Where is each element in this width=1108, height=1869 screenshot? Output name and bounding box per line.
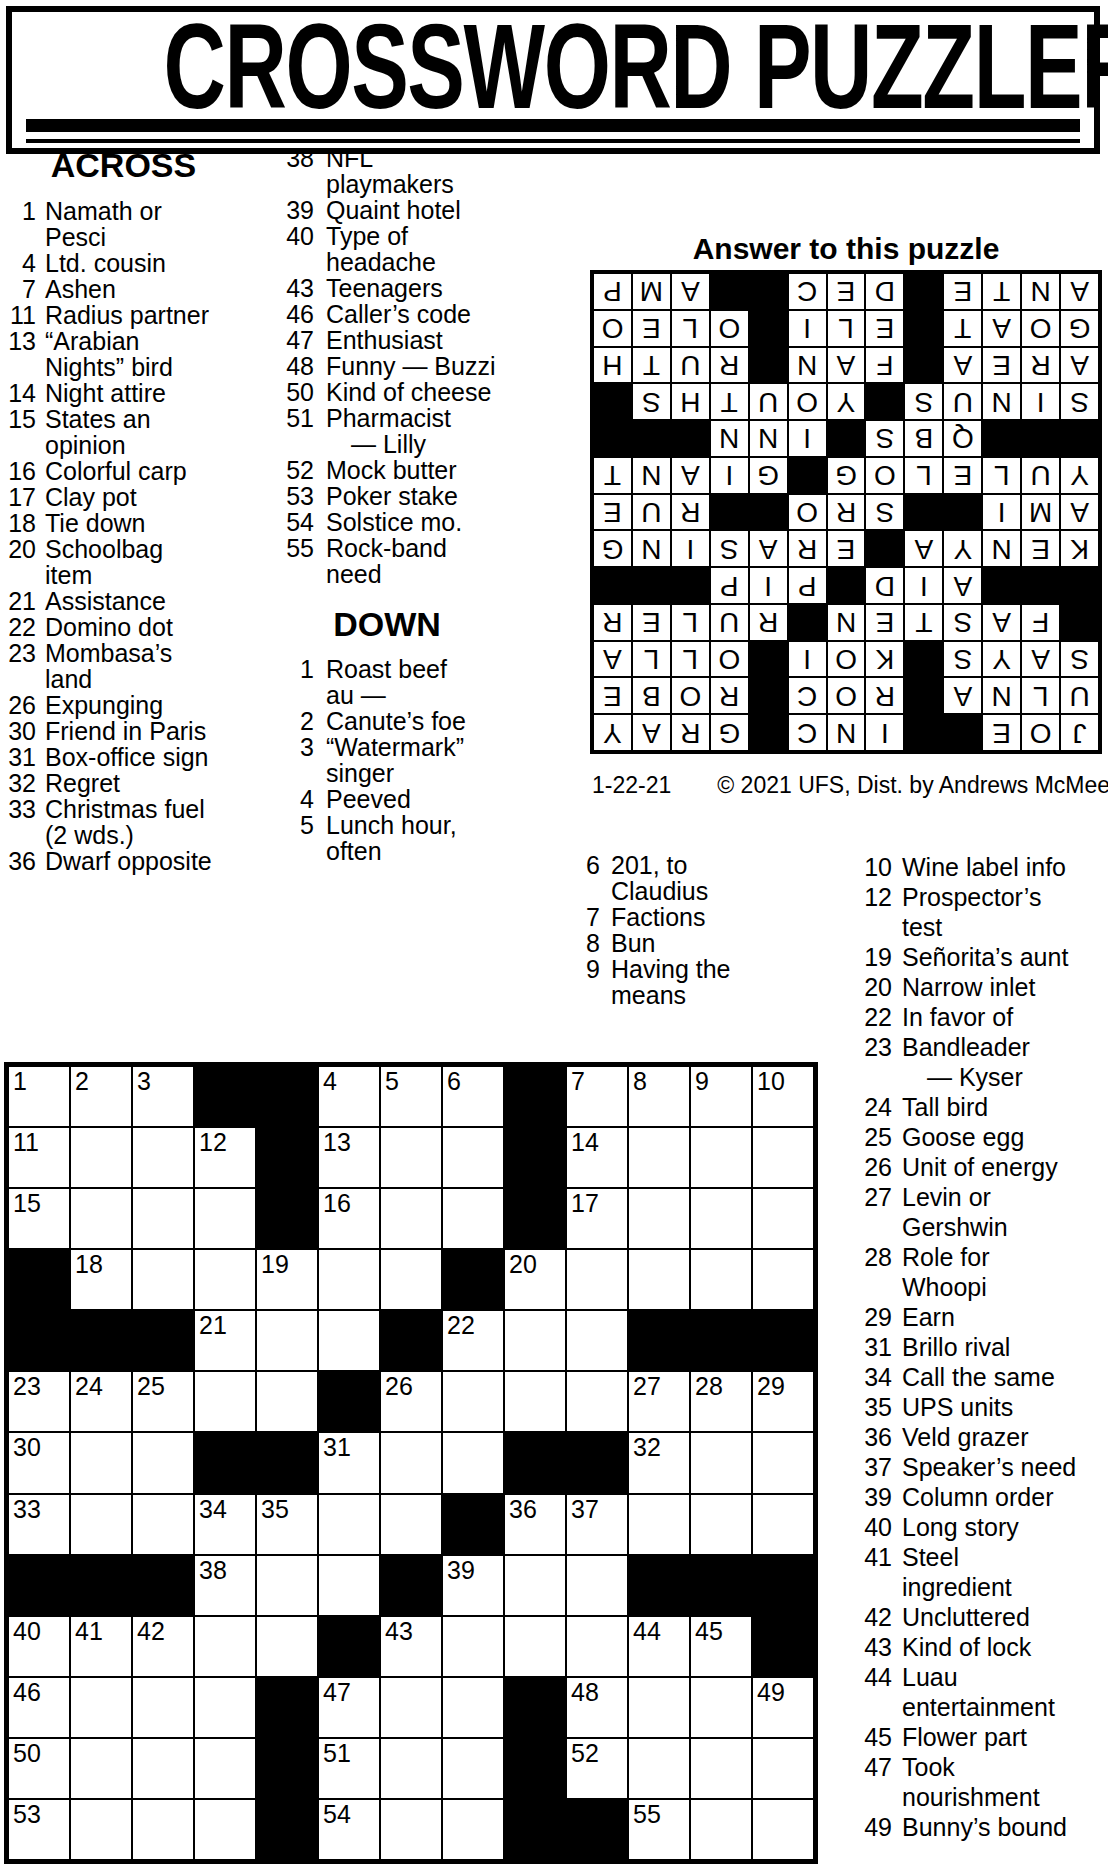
clue-down-41: 41Steel ingredient [826,1542,1108,1602]
clue-text: Namath or Pesci [45,198,241,250]
clue-text: Narrow inlet [902,972,1108,1002]
clue-across-52: 52Mock butter [252,457,522,483]
clue-number: 10 [826,852,902,882]
clue-number: 7 [6,276,45,302]
grid-cell-r7c7[interactable] [381,1433,441,1492]
answer-cell-r8c12: N [633,458,670,493]
clue-across-21: 21Assistance [6,588,241,614]
answer-cell-r6c8: R [789,531,826,566]
grid-cell-r4c6[interactable] [319,1250,379,1309]
answer-cell-r13c12: M [633,274,670,309]
answer-cell-r8c11: A [672,458,709,493]
across-clue-list-2: 38NFL playmakers39Quaint hotel40Type of … [252,145,522,587]
grid-cell-r13c6[interactable]: 54 [319,1800,379,1859]
grid-cell-r8c1[interactable]: 33 [9,1495,69,1554]
clue-number: 44 [826,1662,902,1692]
grid-cell-r1c13[interactable]: 10 [753,1067,813,1126]
grid-block-r7c9 [505,1433,565,1492]
clue-text: Mombasa’s land [45,640,241,692]
grid-cell-r11c4[interactable] [195,1678,255,1737]
clue-text: Schoolbag item [45,536,241,588]
grid-cell-r11c7[interactable] [381,1678,441,1737]
clue-text: Bandleader — Kyser [902,1032,1108,1092]
clue-down-20: 20Narrow inlet [826,972,1108,1002]
grid-cell-r7c12[interactable] [691,1433,751,1492]
answer-cell-r13c1: A [1061,274,1098,309]
answer-cell-r11c12: T [633,348,670,383]
answer-cell-r9c4: Q [944,421,981,456]
clue-text: Levin or Gershwin [902,1182,1108,1242]
answer-cell-r5c8: P [789,568,826,603]
answer-cell-r10c5: S [905,384,942,419]
answer-cell-r6c1: K [1061,531,1098,566]
grid-cell-r5c5[interactable] [257,1311,317,1370]
answer-cell-r7c11: R [672,495,709,530]
clue-number: 39 [252,197,326,223]
grid-cell-r6c2[interactable]: 24 [71,1372,131,1431]
answer-block-r8c8 [789,458,826,493]
clue-number: 51 [252,405,326,431]
grid-cell-r12c10[interactable]: 52 [567,1739,627,1798]
grid-cell-r10c4[interactable] [195,1617,255,1676]
grid-cell-r10c9[interactable] [505,1617,565,1676]
grid-cell-r3c13[interactable] [753,1189,813,1248]
down-clue-list-1: 1Roast beef au —2Canute’s foe3“Watermark… [252,656,522,864]
answer-cell-r4c11: L [672,605,709,640]
answer-block-r13c5 [905,274,942,309]
grid-cell-r8c2[interactable] [71,1495,131,1554]
grid-cell-r13c8[interactable] [443,1800,503,1859]
clue-text: Friend in Paris [45,718,241,744]
grid-cell-r4c3[interactable] [133,1250,193,1309]
clue-text: Role for Whoopi [902,1242,1108,1302]
answer-cell-r3c12: L [633,642,670,677]
grid-cell-r12c6[interactable]: 51 [319,1739,379,1798]
grid-cell-r9c9[interactable] [505,1556,565,1615]
answer-cell-r2c10: R [711,678,748,713]
answer-cell-r6c10: S [711,531,748,566]
cell-number-7: 7 [571,1068,585,1095]
grid-block-r5c1 [9,1311,69,1370]
clue-number: 1 [6,198,45,224]
clue-text: Solstice mo. [326,509,522,535]
grid-cell-r5c8[interactable]: 22 [443,1311,503,1370]
answer-cell-r1c3: E [983,715,1020,750]
grid-cell-r2c4[interactable]: 12 [195,1128,255,1187]
grid-cell-r8c11[interactable] [629,1495,689,1554]
cell-number-1: 1 [13,1068,27,1095]
grid-cell-r13c13[interactable] [753,1800,813,1859]
clue-across-53: 53Poker stake [252,483,522,509]
grid-cell-r8c4[interactable]: 34 [195,1495,255,1554]
grid-cell-r12c13[interactable] [753,1739,813,1798]
clue-down-25: 25Goose egg [826,1122,1108,1152]
answer-block-r13c9 [750,274,787,309]
grid-cell-r10c11[interactable]: 44 [629,1617,689,1676]
grid-cell-r7c8[interactable] [443,1433,503,1492]
clue-across-39: 39Quaint hotel [252,197,522,223]
answer-cell-r3c13: A [594,642,631,677]
clue-down-1: 1Roast beef au — [252,656,522,708]
grid-cell-r1c3[interactable]: 3 [133,1067,193,1126]
clue-number: 19 [826,942,902,972]
grid-cell-r6c4[interactable] [195,1372,255,1431]
grid-cell-r1c2[interactable]: 2 [71,1067,131,1126]
clue-number: 33 [6,796,45,822]
grid-cell-r2c7[interactable] [381,1128,441,1187]
answer-cell-r2c1: U [1061,678,1098,713]
clue-text: Veld grazer [902,1422,1108,1452]
grid-cell-r3c2[interactable] [71,1189,131,1248]
grid-block-r11c9 [505,1678,565,1737]
grid-cell-r13c11[interactable]: 55 [629,1800,689,1859]
clue-down-39: 39Column order [826,1482,1108,1512]
grid-cell-r12c7[interactable] [381,1739,441,1798]
answer-cell-r11c11: U [672,348,709,383]
grid-cell-r2c6[interactable]: 13 [319,1128,379,1187]
grid-cell-r3c7[interactable] [381,1189,441,1248]
clue-down-37: 37Speaker’s need [826,1452,1108,1482]
grid-cell-r7c2[interactable] [71,1433,131,1492]
answer-cell-r1c8: C [789,715,826,750]
grid-cell-r7c6[interactable]: 31 [319,1433,379,1492]
clue-number: 9 [560,956,611,982]
clue-down-47: 47Took nourishment [826,1752,1108,1812]
grid-cell-r9c5[interactable] [257,1556,317,1615]
grid-cell-r6c1[interactable]: 23 [9,1372,69,1431]
grid-cell-r11c13[interactable]: 49 [753,1678,813,1737]
clue-across-15: 15States an opinion [6,406,241,458]
answer-cell-r4c2: F [1022,605,1059,640]
grid-block-r13c5 [257,1800,317,1859]
answer-block-r7c4 [944,495,981,530]
grid-cell-r13c1[interactable]: 53 [9,1800,69,1859]
clue-number: 50 [252,379,326,405]
clue-across-36: 36Dwarf opposite [6,848,241,874]
grid-cell-r9c6[interactable] [319,1556,379,1615]
grid-cell-r2c13[interactable] [753,1128,813,1187]
grid-cell-r8c5[interactable]: 35 [257,1495,317,1554]
grid-cell-r3c4[interactable] [195,1189,255,1248]
grid-cell-r3c11[interactable] [629,1189,689,1248]
clue-text: Funny — Buzzi [326,353,522,379]
grid-cell-r11c10[interactable]: 48 [567,1678,627,1737]
cell-number-25: 25 [137,1373,165,1400]
grid-cell-r4c2[interactable]: 18 [71,1250,131,1309]
grid-cell-r1c8[interactable]: 6 [443,1067,503,1126]
grid-cell-r5c9[interactable] [505,1311,565,1370]
answer-cell-r6c3: N [983,531,1020,566]
answer-cell-r10c12: S [633,384,670,419]
cell-number-36: 36 [509,1496,537,1523]
grid-cell-r5c10[interactable] [567,1311,627,1370]
grid-cell-r8c9[interactable]: 36 [505,1495,565,1554]
clue-down-23: 23Bandleader — Kyser [826,1032,1108,1092]
answer-block-r5c13 [594,568,631,603]
grid-cell-r3c3[interactable] [133,1189,193,1248]
clue-number: 43 [252,275,326,301]
answer-cell-r4c6: E [866,605,903,640]
grid-cell-r1c12[interactable]: 9 [691,1067,751,1126]
clue-number: 40 [826,1512,902,1542]
grid-cell-r10c8[interactable] [443,1617,503,1676]
cell-number-40: 40 [13,1618,41,1645]
grid-cell-r11c12[interactable] [691,1678,751,1737]
clue-text: Dwarf opposite [45,848,241,874]
grid-cell-r12c8[interactable] [443,1739,503,1798]
grid-cell-r10c3[interactable]: 42 [133,1617,193,1676]
clue-down-3: 3“Watermark” singer [252,734,522,786]
clue-down-36: 36Veld grazer [826,1422,1108,1452]
answer-block-r9c11 [672,421,709,456]
clue-text: States an opinion [45,406,241,458]
grid-block-r5c12 [691,1311,751,1370]
answer-block-r9c3 [983,421,1020,456]
grid-cell-r2c3[interactable] [133,1128,193,1187]
grid-cell-r6c3[interactable]: 25 [133,1372,193,1431]
answer-block-r13c10 [711,274,748,309]
grid-cell-r1c10[interactable]: 7 [567,1067,627,1126]
clue-text: Goose egg [902,1122,1108,1152]
clue-across-30: 30Friend in Paris [6,718,241,744]
grid-cell-r10c7[interactable]: 43 [381,1617,441,1676]
clue-text: Took nourishment [902,1752,1108,1812]
answer-cell-r2c11: O [672,678,709,713]
grid-cell-r2c8[interactable] [443,1128,503,1187]
grid-cell-r2c12[interactable] [691,1128,751,1187]
cell-number-18: 18 [75,1251,103,1278]
answer-block-r3c5 [905,642,942,677]
clue-down-34: 34Call the same [826,1362,1108,1392]
clue-down-29: 29Earn [826,1302,1108,1332]
grid-block-r9c1 [9,1556,69,1615]
answer-cell-r9c10: N [711,421,748,456]
cell-number-17: 17 [571,1190,599,1217]
grid-cell-r2c2[interactable] [71,1128,131,1187]
answer-cell-r7c3: I [983,495,1020,530]
grid-cell-r12c3[interactable] [133,1739,193,1798]
answer-cell-r7c6: S [866,495,903,530]
grid-cell-r8c13[interactable] [753,1495,813,1554]
grid-cell-r13c12[interactable] [691,1800,751,1859]
cell-number-5: 5 [385,1068,399,1095]
grid-cell-r11c3[interactable] [133,1678,193,1737]
clue-number: 48 [252,353,326,379]
clue-number: 20 [826,972,902,1002]
grid-cell-r2c11[interactable] [629,1128,689,1187]
grid-cell-r4c9[interactable]: 20 [505,1250,565,1309]
grid-cell-r4c4[interactable] [195,1250,255,1309]
cell-number-47: 47 [323,1679,351,1706]
grid-cell-r10c10[interactable] [567,1617,627,1676]
answer-cell-r3c2: A [1022,642,1059,677]
answer-cell-r2c13: E [594,678,631,713]
grid-cell-r10c12[interactable]: 45 [691,1617,751,1676]
grid-cell-r7c11[interactable]: 32 [629,1433,689,1492]
answer-cell-r2c8: C [789,678,826,713]
answer-cell-r6c11: I [672,531,709,566]
grid-cell-r3c8[interactable] [443,1189,503,1248]
grid-cell-r9c4[interactable]: 38 [195,1556,255,1615]
grid-cell-r4c7[interactable] [381,1250,441,1309]
grid-cell-r12c4[interactable] [195,1739,255,1798]
clue-across-11: 11Radius partner [6,302,241,328]
grid-cell-r3c10[interactable]: 17 [567,1189,627,1248]
grid-cell-r9c10[interactable] [567,1556,627,1615]
answer-cell-r3c8: I [789,642,826,677]
grid-cell-r6c5[interactable] [257,1372,317,1431]
grid-cell-r1c7[interactable]: 5 [381,1067,441,1126]
grid-cell-r6c13[interactable]: 29 [753,1372,813,1431]
cell-number-48: 48 [571,1679,599,1706]
clue-text: Prospector’s test [902,882,1108,942]
grid-cell-r8c12[interactable] [691,1495,751,1554]
grid-cell-r4c13[interactable] [753,1250,813,1309]
grid-cell-r5c6[interactable] [319,1311,379,1370]
grid-cell-r12c11[interactable] [629,1739,689,1798]
grid-cell-r12c2[interactable] [71,1739,131,1798]
answer-cell-r10c2: I [1022,384,1059,419]
answer-cell-r4c13: R [594,605,631,640]
grid-cell-r9c8[interactable]: 39 [443,1556,503,1615]
answer-block-r12c9 [750,311,787,346]
grid-block-r6c6 [319,1372,379,1431]
grid-cell-r12c1[interactable]: 50 [9,1739,69,1798]
copyright-text: © 2021 UFS, Dist. by Andrews McMeel for … [717,772,1108,799]
grid-block-r12c5 [257,1739,317,1798]
grid-cell-r2c1[interactable]: 11 [9,1128,69,1187]
answer-cell-r11c1: A [1061,348,1098,383]
clue-down-22: 22In favor of [826,1002,1108,1032]
grid-cell-r11c11[interactable] [629,1678,689,1737]
grid-cell-r3c1[interactable]: 15 [9,1189,69,1248]
clue-number: 7 [560,904,611,930]
grid-cell-r4c12[interactable] [691,1250,751,1309]
puzzle-date: 1-22-21 [592,772,671,799]
grid-cell-r10c5[interactable] [257,1617,317,1676]
grid-cell-r1c11[interactable]: 8 [629,1067,689,1126]
clue-number: 11 [6,302,45,328]
grid-cell-r12c12[interactable] [691,1739,751,1798]
grid-cell-r6c9[interactable] [505,1372,565,1431]
answer-grid: JOEINCGRAYULNAROCROBESAYSKOIOLLAFASTENRU… [590,270,1102,754]
clue-text: “Arabian Nights” bird [45,328,241,380]
clue-number: 31 [6,744,45,770]
down-clues-column-2: 6201, to Claudius7Factions8Bun9Having th… [560,852,810,1008]
grid-cell-r5c4[interactable]: 21 [195,1311,255,1370]
grid-cell-r7c13[interactable] [753,1433,813,1492]
clue-text: Bun [611,930,810,956]
answer-block-r1c5 [905,715,942,750]
clue-number: 39 [826,1482,902,1512]
answer-cell-r7c8: O [789,495,826,530]
grid-cell-r6c12[interactable]: 28 [691,1372,751,1431]
clue-number: 54 [252,509,326,535]
grid-cell-r13c2[interactable] [71,1800,131,1859]
grid-cell-r4c5[interactable]: 19 [257,1250,317,1309]
grid-cell-r8c6[interactable] [319,1495,379,1554]
answer-block-r10c6 [866,384,903,419]
clue-text: Enthusiast [326,327,522,353]
answer-cell-r6c2: E [1022,531,1059,566]
cell-number-55: 55 [633,1801,661,1828]
clue-across-55: 55Rock-band need [252,535,522,587]
grid-cell-r13c4[interactable] [195,1800,255,1859]
grid-block-r7c10 [567,1433,627,1492]
grid-cell-r10c1[interactable]: 40 [9,1617,69,1676]
clue-text: Domino dot [45,614,241,640]
grid-cell-r2c10[interactable]: 14 [567,1128,627,1187]
clue-number: 22 [6,614,45,640]
grid-block-r4c1 [9,1250,69,1309]
clue-text: Luau entertainment [902,1662,1108,1722]
grid-cell-r13c7[interactable] [381,1800,441,1859]
clue-text: Lunch hour, often [326,812,522,864]
grid-cell-r8c10[interactable]: 37 [567,1495,627,1554]
answer-cell-r7c2: M [1022,495,1059,530]
clue-text: Teenagers [326,275,522,301]
clue-text: 201, to Claudius [611,852,810,904]
grid-cell-r1c1[interactable]: 1 [9,1067,69,1126]
answer-cell-r8c7: G [828,458,865,493]
grid-cell-r11c2[interactable] [71,1678,131,1737]
grid-cell-r11c1[interactable]: 46 [9,1678,69,1737]
clue-number: 20 [6,536,45,562]
clue-text: Ashen [45,276,241,302]
grid-cell-r8c7[interactable] [381,1495,441,1554]
grid-block-r7c5 [257,1433,317,1492]
grid-cell-r1c6[interactable]: 4 [319,1067,379,1126]
grid-cell-r4c11[interactable] [629,1250,689,1309]
grid-cell-r11c6[interactable]: 47 [319,1678,379,1737]
grid-cell-r11c8[interactable] [443,1678,503,1737]
clue-text: Quaint hotel [326,197,522,223]
title-rule-thick [26,119,1080,132]
grid-cell-r10c2[interactable]: 41 [71,1617,131,1676]
clue-number: 53 [252,483,326,509]
grid-block-r1c5 [257,1067,317,1126]
clue-number: 23 [6,640,45,666]
answer-cell-r3c1: S [1061,642,1098,677]
answer-block-r6c6 [866,531,903,566]
grid-cell-r3c12[interactable] [691,1189,751,1248]
grid-cell-r6c11[interactable]: 27 [629,1372,689,1431]
grid-cell-r13c3[interactable] [133,1800,193,1859]
answer-cell-r7c1: A [1061,495,1098,530]
cell-number-24: 24 [75,1373,103,1400]
answer-block-r5c3 [983,568,1020,603]
clue-number: 40 [252,223,326,249]
clue-number: 12 [826,882,902,912]
grid-cell-r6c10[interactable] [567,1372,627,1431]
answer-cell-r10c7: Y [828,384,865,419]
answer-cell-r6c13: G [594,531,631,566]
grid-cell-r7c1[interactable]: 30 [9,1433,69,1492]
grid-cell-r6c8[interactable] [443,1372,503,1431]
grid-cell-r3c6[interactable]: 16 [319,1189,379,1248]
grid-cell-r6c7[interactable]: 26 [381,1372,441,1431]
clue-text: Having the means [611,956,810,1008]
answer-cell-r12c6: E [866,311,903,346]
grid-block-r1c9 [505,1067,565,1126]
grid-cell-r8c3[interactable] [133,1495,193,1554]
grid-cell-r4c10[interactable] [567,1250,627,1309]
clue-across-54: 54Solstice mo. [252,509,522,535]
clue-text: UPS units [902,1392,1108,1422]
grid-cell-r7c3[interactable] [133,1433,193,1492]
answer-cell-r1c6: I [866,715,903,750]
grid-block-r7c4 [195,1433,255,1492]
